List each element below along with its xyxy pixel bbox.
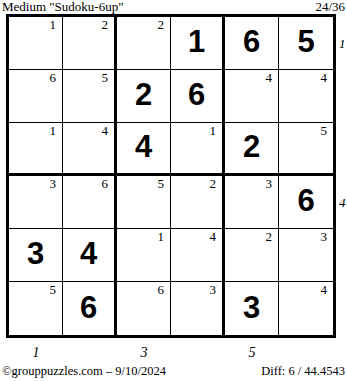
pencil-mark: 3 xyxy=(321,230,328,244)
cell-r3c5[interactable]: 2 xyxy=(225,123,279,176)
cell-r5c2[interactable]: 4 xyxy=(63,229,117,282)
cell-r4c1[interactable]: 3 xyxy=(9,176,63,229)
col-label-5: 5 xyxy=(225,345,279,361)
cell-r2c5[interactable]: 4 xyxy=(225,70,279,123)
row-label-4: 4 xyxy=(339,195,347,211)
pencil-mark: 3 xyxy=(266,177,273,191)
remaining-counter: 24/36 xyxy=(315,0,345,14)
cell-r4c2[interactable]: 6 xyxy=(63,176,117,229)
pencil-mark: 4 xyxy=(210,230,217,244)
cell-r6c5[interactable]: 3 xyxy=(225,282,279,335)
pencil-mark: 1 xyxy=(50,18,57,32)
pencil-mark: 5 xyxy=(102,71,109,85)
solved-digit: 4 xyxy=(135,131,152,165)
pencil-mark: 4 xyxy=(321,71,328,85)
page-title: Medium "Sudoku-6up" xyxy=(2,0,123,14)
col-label-3: 3 xyxy=(117,345,171,361)
cell-r2c3[interactable]: 2 xyxy=(117,70,171,123)
pencil-mark: 5 xyxy=(50,283,57,297)
solved-digit: 6 xyxy=(80,292,97,326)
cell-r2c1[interactable]: 6 xyxy=(9,70,63,123)
pencil-mark: 4 xyxy=(321,283,328,297)
solved-digit: 2 xyxy=(135,79,152,113)
pencil-mark: 3 xyxy=(210,283,217,297)
pencil-mark: 3 xyxy=(50,177,57,191)
pencil-mark: 4 xyxy=(266,71,273,85)
cell-r3c1[interactable]: 1 xyxy=(9,123,63,176)
cell-r5c5[interactable]: 2 xyxy=(225,229,279,282)
pencil-mark: 2 xyxy=(158,18,165,32)
cell-r1c3[interactable]: 2 xyxy=(117,17,171,70)
cell-r3c4[interactable]: 1 xyxy=(171,123,225,176)
solved-digit: 6 xyxy=(188,79,205,113)
col-label-1: 1 xyxy=(9,345,63,361)
solved-digit: 1 xyxy=(188,26,205,60)
cell-r6c4[interactable]: 3 xyxy=(171,282,225,335)
solved-digit: 5 xyxy=(297,26,314,60)
cell-r5c6[interactable]: 3 xyxy=(279,229,333,282)
difficulty-value: Diff: 6 / 44.4543 xyxy=(261,363,345,379)
pencil-mark: 1 xyxy=(210,124,217,138)
cell-r6c6[interactable]: 4 xyxy=(279,282,333,335)
cell-r4c5[interactable]: 3 xyxy=(225,176,279,229)
solved-digit: 6 xyxy=(243,26,260,60)
header: Medium "Sudoku-6up" 24/36 xyxy=(2,0,345,14)
copyright-date: ©grouppuzzles.com – 9/10/2024 xyxy=(2,363,166,379)
cell-r2c2[interactable]: 5 xyxy=(63,70,117,123)
pencil-mark: 6 xyxy=(50,71,57,85)
solved-digit: 4 xyxy=(80,238,97,272)
footer: ©grouppuzzles.com – 9/10/2024 Diff: 6 / … xyxy=(2,363,345,379)
row-label-1: 1 xyxy=(339,36,347,52)
cell-r1c2[interactable]: 2 xyxy=(63,17,117,70)
cell-r1c6[interactable]: 5 xyxy=(279,17,333,70)
cell-r3c3[interactable]: 4 xyxy=(117,123,171,176)
pencil-mark: 5 xyxy=(158,177,165,191)
cell-r2c4[interactable]: 6 xyxy=(171,70,225,123)
pencil-mark: 2 xyxy=(102,18,109,32)
cell-r4c3[interactable]: 5 xyxy=(117,176,171,229)
pencil-mark: 6 xyxy=(102,177,109,191)
pencil-mark: 5 xyxy=(321,124,328,138)
cell-r1c1[interactable]: 1 xyxy=(9,17,63,70)
cell-r2c6[interactable]: 4 xyxy=(279,70,333,123)
solved-digit: 3 xyxy=(27,238,44,272)
cell-r5c3[interactable]: 1 xyxy=(117,229,171,282)
solved-digit: 2 xyxy=(243,131,260,165)
sudoku-board: 122165652644144125365236341423566334 xyxy=(6,14,336,338)
pencil-mark: 1 xyxy=(50,124,57,138)
solved-digit: 3 xyxy=(243,292,260,326)
cell-r3c6[interactable]: 5 xyxy=(279,123,333,176)
pencil-mark: 2 xyxy=(210,177,217,191)
pencil-mark: 1 xyxy=(158,230,165,244)
cell-r5c1[interactable]: 3 xyxy=(9,229,63,282)
cell-r4c4[interactable]: 2 xyxy=(171,176,225,229)
sudoku-page: Medium "Sudoku-6up" 24/36 12216565264414… xyxy=(0,0,347,381)
pencil-mark: 2 xyxy=(266,230,273,244)
cell-r1c5[interactable]: 6 xyxy=(225,17,279,70)
cell-r5c4[interactable]: 4 xyxy=(171,229,225,282)
cell-r6c1[interactable]: 5 xyxy=(9,282,63,335)
cell-r4c6[interactable]: 6 xyxy=(279,176,333,229)
cell-r6c3[interactable]: 6 xyxy=(117,282,171,335)
pencil-mark: 6 xyxy=(158,283,165,297)
pencil-mark: 4 xyxy=(102,124,109,138)
solved-digit: 6 xyxy=(297,185,314,219)
cell-r3c2[interactable]: 4 xyxy=(63,123,117,176)
cell-r6c2[interactable]: 6 xyxy=(63,282,117,335)
cell-r1c4[interactable]: 1 xyxy=(171,17,225,70)
